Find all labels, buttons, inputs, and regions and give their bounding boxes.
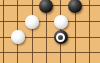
black-stone: [54, 30, 68, 44]
grid-vertical-line: [32, 0, 33, 63]
white-stone: [25, 15, 39, 29]
black-stone: [68, 0, 82, 13]
black-stone: [39, 0, 53, 13]
grid-horizontal-line: [0, 52, 100, 53]
grid-vertical-line: [3, 0, 4, 63]
go-board[interactable]: [0, 0, 100, 63]
grid-horizontal-line: [0, 21, 100, 22]
last-move-marker-icon: [56, 33, 65, 42]
grid-vertical-line: [89, 0, 90, 63]
white-stone: [11, 30, 25, 44]
white-stone: [54, 15, 68, 29]
